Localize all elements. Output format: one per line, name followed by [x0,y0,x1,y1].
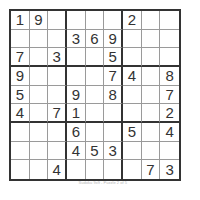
cell-r2c6[interactable]: 9 [104,30,123,49]
cell-r3c3[interactable]: 3 [48,48,67,67]
cell-r4c8[interactable] [142,67,161,86]
cell-r7c9[interactable]: 4 [160,123,179,142]
cell-r5c7[interactable] [123,86,142,105]
cell-r9c3[interactable]: 4 [48,160,67,179]
cell-r9c7[interactable] [123,160,142,179]
watermark-caption: Sudoku 9x9 - Puzzle 2 of 5 [58,180,148,185]
cell-r8c7[interactable] [123,142,142,161]
cell-r7c8[interactable] [142,123,161,142]
cell-r1c5[interactable] [86,11,105,30]
cell-r1c1[interactable]: 1 [11,11,30,30]
cell-r4c4[interactable] [67,67,86,86]
cell-r2c8[interactable] [142,30,161,49]
cell-r9c5[interactable] [86,160,105,179]
cell-r2c2[interactable] [30,30,49,49]
cell-r6c1[interactable]: 4 [11,104,30,123]
cell-r7c3[interactable] [48,123,67,142]
cell-r1c2[interactable]: 9 [30,11,49,30]
cell-r8c1[interactable] [11,142,30,161]
cell-r4c9[interactable]: 8 [160,67,179,86]
cell-r9c4[interactable] [67,160,86,179]
cell-r8c2[interactable] [30,142,49,161]
cell-r6c6[interactable] [104,104,123,123]
sudoku-board: 192369735974859874712654453473 [9,9,181,181]
cell-r2c4[interactable]: 3 [67,30,86,49]
cell-r6c4[interactable]: 1 [67,104,86,123]
cell-r3c6[interactable]: 5 [104,48,123,67]
cell-r7c7[interactable]: 5 [123,123,142,142]
cell-r3c4[interactable] [67,48,86,67]
cell-r8c6[interactable]: 3 [104,142,123,161]
cell-r4c1[interactable]: 9 [11,67,30,86]
cell-r5c3[interactable] [48,86,67,105]
cell-r6c5[interactable] [86,104,105,123]
cell-r6c7[interactable] [123,104,142,123]
cell-r5c8[interactable] [142,86,161,105]
cell-r7c6[interactable] [104,123,123,142]
cell-r2c9[interactable] [160,30,179,49]
cell-r9c9[interactable]: 3 [160,160,179,179]
cell-r8c5[interactable]: 5 [86,142,105,161]
watermark-caption-text: Sudoku 9x9 - Puzzle 2 of 5 [79,180,127,185]
cell-r5c1[interactable]: 5 [11,86,30,105]
cell-r3c9[interactable] [160,48,179,67]
cell-r6c9[interactable]: 2 [160,104,179,123]
cell-r1c8[interactable] [142,11,161,30]
cell-r9c8[interactable]: 7 [142,160,161,179]
cell-r4c6[interactable]: 7 [104,67,123,86]
cell-r1c9[interactable] [160,11,179,30]
cell-r1c3[interactable] [48,11,67,30]
cell-r7c1[interactable] [11,123,30,142]
cell-r5c4[interactable]: 9 [67,86,86,105]
cell-r3c7[interactable] [123,48,142,67]
cell-r6c8[interactable] [142,104,161,123]
cell-r2c5[interactable]: 6 [86,30,105,49]
cell-r7c4[interactable]: 6 [67,123,86,142]
cell-r2c1[interactable] [11,30,30,49]
cell-r8c9[interactable] [160,142,179,161]
cell-r5c2[interactable] [30,86,49,105]
sudoku-page: 192369735974859874712654453473 Sudoku 9x… [0,0,200,200]
cell-r5c5[interactable] [86,86,105,105]
cell-r3c1[interactable]: 7 [11,48,30,67]
cell-r2c7[interactable] [123,30,142,49]
sudoku-grid: 192369735974859874712654453473 [11,11,179,179]
cell-r9c1[interactable] [11,160,30,179]
cell-r1c4[interactable] [67,11,86,30]
cell-r1c6[interactable] [104,11,123,30]
cell-r5c9[interactable]: 7 [160,86,179,105]
cell-r7c2[interactable] [30,123,49,142]
cell-r8c8[interactable] [142,142,161,161]
cell-r4c3[interactable] [48,67,67,86]
cell-r7c5[interactable] [86,123,105,142]
cell-r2c3[interactable] [48,30,67,49]
cell-r4c7[interactable]: 4 [123,67,142,86]
cell-r3c5[interactable] [86,48,105,67]
cell-r4c5[interactable] [86,67,105,86]
cell-r3c2[interactable] [30,48,49,67]
cell-r8c3[interactable] [48,142,67,161]
cell-r6c3[interactable]: 7 [48,104,67,123]
cell-r9c6[interactable] [104,160,123,179]
cell-r6c2[interactable] [30,104,49,123]
cell-r8c4[interactable]: 4 [67,142,86,161]
cell-r9c2[interactable] [30,160,49,179]
cell-r1c7[interactable]: 2 [123,11,142,30]
cell-r4c2[interactable] [30,67,49,86]
cell-r5c6[interactable]: 8 [104,86,123,105]
cell-r3c8[interactable] [142,48,161,67]
